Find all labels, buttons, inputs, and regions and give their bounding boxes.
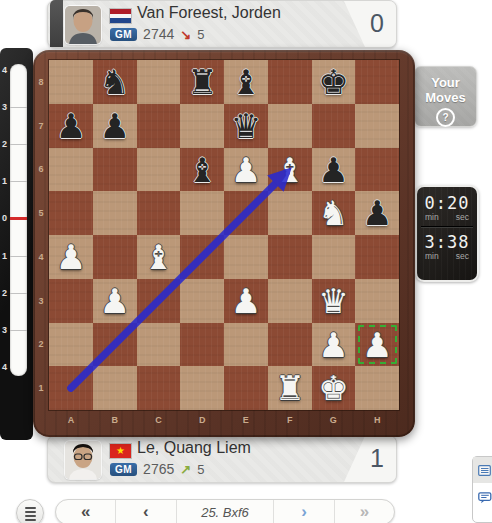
- eval-tick: [10, 293, 27, 294]
- square-c5[interactable]: [137, 191, 181, 235]
- score-bottom: 1: [370, 444, 384, 473]
- white-pawn-e6[interactable]: ♟: [224, 148, 268, 192]
- chess-broadcast-app: Van Foreest, Jorden GM 2744 ↘ 5 0 ★ Le, …: [0, 0, 492, 523]
- rank-label-8: 8: [33, 77, 49, 87]
- square-b1[interactable]: [93, 366, 137, 410]
- previous-move-button[interactable]: ‹: [116, 500, 176, 523]
- clock-bottom: 3:38: [417, 228, 477, 252]
- rating-down-icon: ↘: [180, 27, 191, 42]
- square-a2[interactable]: [49, 323, 93, 367]
- eval-label: 3: [0, 102, 9, 112]
- avatar: [65, 6, 101, 44]
- menu-button[interactable]: [16, 499, 44, 523]
- file-label-g: G: [312, 415, 356, 425]
- flag-netherlands: [110, 9, 131, 23]
- square-a6[interactable]: [49, 148, 93, 192]
- sec-label: sec: [456, 212, 469, 222]
- flag-vietnam: ★: [110, 444, 131, 458]
- first-move-button[interactable]: «: [56, 500, 116, 523]
- black-pawn-b7[interactable]: ♟: [93, 104, 137, 148]
- current-move-display: 25. Bxf6: [177, 500, 275, 523]
- eval-tick: [10, 330, 27, 331]
- white-pawn-h2[interactable]: ♟: [355, 323, 399, 367]
- square-d3[interactable]: [180, 279, 224, 323]
- square-d5[interactable]: [180, 191, 224, 235]
- square-f5[interactable]: [268, 191, 312, 235]
- last-move-icon: »: [360, 501, 369, 523]
- square-h1[interactable]: [355, 366, 399, 410]
- move-navigation: « ‹ 25. Bxf6 › »: [55, 499, 395, 523]
- min-label: min: [425, 251, 439, 261]
- next-move-button[interactable]: ›: [274, 500, 334, 523]
- rank-label-4: 4: [33, 252, 49, 262]
- player-name-top: Van Foreest, Jorden: [137, 4, 281, 22]
- white-rook-f1[interactable]: ♜: [268, 366, 312, 410]
- black-bishop-e8[interactable]: ♝: [224, 60, 268, 104]
- file-label-d: D: [180, 415, 224, 425]
- list-icon: [478, 465, 491, 476]
- square-f4[interactable]: [268, 235, 312, 279]
- sec-label: sec: [456, 251, 469, 261]
- rating-top: 2744: [143, 26, 174, 42]
- your-moves-label-1: Your: [415, 75, 476, 90]
- help-icon: ?: [436, 108, 455, 127]
- white-bishop-c4[interactable]: ♝: [137, 235, 181, 279]
- next-move-icon: ›: [301, 501, 307, 523]
- white-pawn-e3[interactable]: ♟: [224, 279, 268, 323]
- eval-tick: [10, 107, 27, 108]
- square-c3[interactable]: [137, 279, 181, 323]
- gm-badge: GM: [110, 463, 137, 476]
- file-label-e: E: [224, 415, 268, 425]
- file-label-h: H: [355, 415, 399, 425]
- rank-label-2: 2: [33, 339, 49, 349]
- rank-label-3: 3: [33, 296, 49, 306]
- square-d4[interactable]: [180, 235, 224, 279]
- square-h8[interactable]: [355, 60, 399, 104]
- black-bishop-d6[interactable]: ♝: [180, 148, 224, 192]
- square-a1[interactable]: [49, 366, 93, 410]
- square-f7[interactable]: [268, 104, 312, 148]
- square-e1[interactable]: [224, 366, 268, 410]
- player-bar-top: Van Foreest, Jorden GM 2744 ↘ 5 0: [47, 0, 397, 48]
- square-g7[interactable]: [312, 104, 356, 148]
- chat-icon: [478, 492, 492, 504]
- rating-delta-bottom: 5: [197, 462, 204, 477]
- eval-label: 0: [0, 213, 9, 223]
- square-f3[interactable]: [268, 279, 312, 323]
- hamburger-icon: [25, 507, 36, 521]
- file-label-f: F: [268, 415, 312, 425]
- black-pawn-h5[interactable]: ♟: [355, 191, 399, 235]
- eval-label: 3: [0, 325, 9, 335]
- bar-left-dark-strip: [50, 0, 63, 47]
- square-c1[interactable]: [137, 366, 181, 410]
- rank-label-7: 7: [33, 121, 49, 131]
- side-tab-strip: [472, 456, 492, 523]
- square-b4[interactable]: [93, 235, 137, 279]
- last-move-button[interactable]: »: [335, 500, 394, 523]
- previous-move-icon: ‹: [143, 501, 149, 523]
- square-c2[interactable]: [137, 323, 181, 367]
- square-b2[interactable]: [93, 323, 137, 367]
- square-g4[interactable]: [312, 235, 356, 279]
- eval-tick: [10, 181, 27, 182]
- square-e4[interactable]: [224, 235, 268, 279]
- square-d2[interactable]: [180, 323, 224, 367]
- eval-label: 2: [0, 139, 9, 149]
- your-moves-button[interactable]: Your Moves ?: [414, 66, 477, 127]
- rating-bottom: 2765: [143, 461, 174, 477]
- square-d1[interactable]: [180, 366, 224, 410]
- current-move-label: 25. Bxf6: [201, 505, 249, 520]
- clock-top: 0:20: [417, 187, 477, 213]
- square-e5[interactable]: [224, 191, 268, 235]
- file-label-a: A: [49, 415, 93, 425]
- black-rook-d8[interactable]: ♜: [180, 60, 224, 104]
- player-name-bottom: Le, Quang Liem: [137, 439, 251, 457]
- white-king-g1[interactable]: ♚: [312, 366, 356, 410]
- white-pawn-a4[interactable]: ♟: [49, 235, 93, 279]
- avatar: [65, 441, 101, 479]
- tab-chat[interactable]: [473, 483, 492, 513]
- player-bar-bottom: ★ Le, Quang Liem GM 2765 ↗ 5 1: [47, 435, 397, 483]
- square-c8[interactable]: [137, 60, 181, 104]
- white-pawn-b3[interactable]: ♟: [93, 279, 137, 323]
- chess-board: ♞♜♝♚♟♟♛♝♟♟♟♝♞♟♝♟♟♛♟♟♜♚ 87654321ABCDEFGH: [33, 50, 415, 437]
- eval-label: 4: [0, 362, 9, 372]
- white-queen-g3[interactable]: ♛: [312, 279, 356, 323]
- min-label: min: [425, 212, 439, 222]
- gm-badge: GM: [110, 28, 137, 41]
- black-pawn-a7[interactable]: ♟: [49, 104, 93, 148]
- square-h3[interactable]: [355, 279, 399, 323]
- square-d7[interactable]: [180, 104, 224, 148]
- square-f2[interactable]: [268, 323, 312, 367]
- square-f8[interactable]: [268, 60, 312, 104]
- square-a5[interactable]: [49, 191, 93, 235]
- tab-move-list[interactable]: [473, 457, 492, 483]
- black-queen-e7[interactable]: ♛: [224, 104, 268, 148]
- your-moves-label-2: Moves: [415, 90, 476, 105]
- eval-label: 1: [0, 251, 9, 261]
- file-label-b: B: [93, 415, 137, 425]
- white-knight-g5[interactable]: ♞: [312, 191, 356, 235]
- rank-label-6: 6: [33, 164, 49, 174]
- eval-marker: [10, 217, 27, 220]
- square-c6[interactable]: [137, 148, 181, 192]
- eval-label: 4: [0, 65, 9, 75]
- square-b6[interactable]: [93, 148, 137, 192]
- square-e2[interactable]: [224, 323, 268, 367]
- square-h6[interactable]: [355, 148, 399, 192]
- black-pawn-g6[interactable]: ♟: [312, 148, 356, 192]
- eval-tick: [10, 144, 27, 145]
- board-playing-area[interactable]: ♞♜♝♚♟♟♛♝♟♟♟♝♞♟♝♟♟♛♟♟♜♚: [49, 60, 399, 410]
- white-bishop-f6[interactable]: ♝: [268, 148, 312, 192]
- square-b5[interactable]: [93, 191, 137, 235]
- file-label-c: C: [137, 415, 181, 425]
- white-pawn-g2[interactable]: ♟: [312, 323, 356, 367]
- black-king-g8[interactable]: ♚: [312, 60, 356, 104]
- eval-tick: [10, 256, 27, 257]
- square-c7[interactable]: [137, 104, 181, 148]
- rank-label-5: 5: [33, 208, 49, 218]
- first-move-icon: «: [81, 501, 90, 523]
- rating-delta-top: 5: [197, 27, 204, 42]
- square-a3[interactable]: [49, 279, 93, 323]
- black-knight-b8[interactable]: ♞: [93, 60, 137, 104]
- rank-label-1: 1: [33, 383, 49, 393]
- game-clocks: 0:20 min sec 3:38 min sec: [415, 185, 479, 282]
- square-h4[interactable]: [355, 235, 399, 279]
- score-top: 0: [370, 9, 384, 38]
- rating-up-icon: ↗: [180, 462, 191, 477]
- square-a8[interactable]: [49, 60, 93, 104]
- eval-label: 1: [0, 176, 9, 186]
- evaluation-bar: 432101234: [0, 48, 33, 440]
- eval-label: 2: [0, 288, 9, 298]
- square-h7[interactable]: [355, 104, 399, 148]
